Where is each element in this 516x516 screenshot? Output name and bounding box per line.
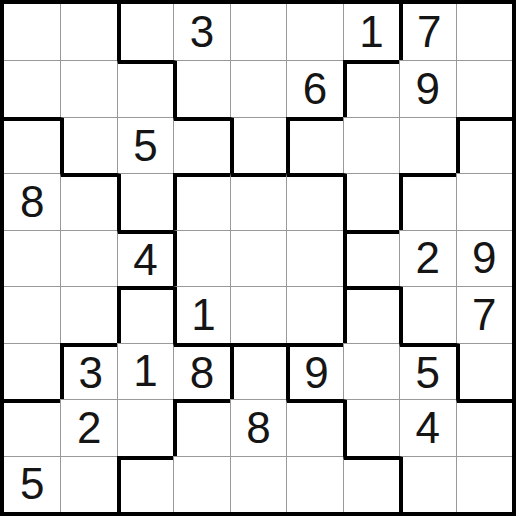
cell-r2c6: 6: [286, 60, 342, 116]
cell-r8c4[interactable]: [173, 399, 229, 455]
cell-r8c9[interactable]: [456, 399, 512, 455]
cell-r9c7[interactable]: [343, 456, 399, 512]
cell-r6c3[interactable]: [117, 286, 173, 342]
cell-r5c2[interactable]: [60, 230, 116, 286]
cell-r5c9: 9: [456, 230, 512, 286]
cell-r5c5[interactable]: [230, 230, 286, 286]
cell-r4c4[interactable]: [173, 173, 229, 229]
cell-r1c4: 3: [173, 4, 229, 60]
cell-r4c1: 8: [4, 173, 60, 229]
cell-r2c3[interactable]: [117, 60, 173, 116]
cell-r1c1[interactable]: [4, 4, 60, 60]
cell-r7c4: 8: [173, 343, 229, 399]
cell-r6c9: 7: [456, 286, 512, 342]
cell-r8c2: 2: [60, 399, 116, 455]
cell-r1c7: 1: [343, 4, 399, 60]
cell-r3c3: 5: [117, 117, 173, 173]
cell-r1c8: 7: [399, 4, 455, 60]
cell-r8c8: 4: [399, 399, 455, 455]
cell-r7c6: 9: [286, 343, 342, 399]
cell-r6c2[interactable]: [60, 286, 116, 342]
sudoku-board: 317695842917318952845: [0, 0, 516, 516]
cell-r1c5[interactable]: [230, 4, 286, 60]
cell-r4c2[interactable]: [60, 173, 116, 229]
cell-r7c2: 3: [60, 343, 116, 399]
cell-r6c1[interactable]: [4, 286, 60, 342]
cell-r9c2[interactable]: [60, 456, 116, 512]
cell-r5c1[interactable]: [4, 230, 60, 286]
cell-r3c2[interactable]: [60, 117, 116, 173]
cell-r7c8: 5: [399, 343, 455, 399]
cell-r5c6[interactable]: [286, 230, 342, 286]
cell-r3c5[interactable]: [230, 117, 286, 173]
cell-r7c9[interactable]: [456, 343, 512, 399]
cell-r7c3: 1: [117, 343, 173, 399]
cell-r7c1[interactable]: [4, 343, 60, 399]
cell-r8c1[interactable]: [4, 399, 60, 455]
cell-r3c9[interactable]: [456, 117, 512, 173]
cell-r1c3[interactable]: [117, 4, 173, 60]
cell-r8c3[interactable]: [117, 399, 173, 455]
cell-r4c7[interactable]: [343, 173, 399, 229]
cell-r4c9[interactable]: [456, 173, 512, 229]
cell-r3c4[interactable]: [173, 117, 229, 173]
cell-r4c6[interactable]: [286, 173, 342, 229]
cell-r3c7[interactable]: [343, 117, 399, 173]
cell-r8c6[interactable]: [286, 399, 342, 455]
cell-r9c5[interactable]: [230, 456, 286, 512]
cell-r6c6[interactable]: [286, 286, 342, 342]
cell-r1c2[interactable]: [60, 4, 116, 60]
cell-r3c1[interactable]: [4, 117, 60, 173]
cell-r3c6[interactable]: [286, 117, 342, 173]
cell-r5c8: 2: [399, 230, 455, 286]
cell-r8c5: 8: [230, 399, 286, 455]
cell-r4c5[interactable]: [230, 173, 286, 229]
cell-r9c8[interactable]: [399, 456, 455, 512]
cell-r9c6[interactable]: [286, 456, 342, 512]
cell-r2c5[interactable]: [230, 60, 286, 116]
cell-r9c1: 5: [4, 456, 60, 512]
cell-r7c7[interactable]: [343, 343, 399, 399]
cell-r9c3[interactable]: [117, 456, 173, 512]
cell-r6c5[interactable]: [230, 286, 286, 342]
cell-r2c1[interactable]: [4, 60, 60, 116]
cell-r8c7[interactable]: [343, 399, 399, 455]
cell-r5c7[interactable]: [343, 230, 399, 286]
cell-r9c4[interactable]: [173, 456, 229, 512]
cell-r2c9[interactable]: [456, 60, 512, 116]
cell-r7c5[interactable]: [230, 343, 286, 399]
cell-r2c2[interactable]: [60, 60, 116, 116]
cell-r5c4[interactable]: [173, 230, 229, 286]
cell-r3c8[interactable]: [399, 117, 455, 173]
cell-r9c9[interactable]: [456, 456, 512, 512]
cell-r1c9[interactable]: [456, 4, 512, 60]
cell-r4c8[interactable]: [399, 173, 455, 229]
cell-r6c7[interactable]: [343, 286, 399, 342]
cell-r5c3: 4: [117, 230, 173, 286]
cell-r1c6[interactable]: [286, 4, 342, 60]
cell-r2c8: 9: [399, 60, 455, 116]
cell-r6c8[interactable]: [399, 286, 455, 342]
cell-r2c7[interactable]: [343, 60, 399, 116]
cell-r6c4: 1: [173, 286, 229, 342]
cell-r2c4[interactable]: [173, 60, 229, 116]
cell-r4c3[interactable]: [117, 173, 173, 229]
